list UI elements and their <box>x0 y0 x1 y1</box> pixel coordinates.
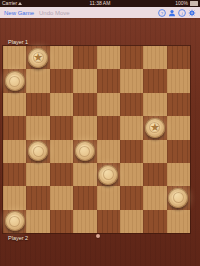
king-star-icon: ★ <box>145 118 165 138</box>
square-r1c5[interactable] <box>120 69 143 92</box>
square-r2c5[interactable] <box>120 93 143 116</box>
new-game-button[interactable]: New Game <box>4 10 34 16</box>
square-r6c1[interactable] <box>26 186 49 209</box>
square-r6c6[interactable] <box>143 186 166 209</box>
square-r0c1[interactable]: ★ <box>26 46 49 69</box>
square-r6c3[interactable] <box>73 186 96 209</box>
square-r3c3[interactable] <box>73 116 96 139</box>
piece-man[interactable] <box>5 71 25 91</box>
square-r5c6[interactable] <box>143 163 166 186</box>
square-r1c0[interactable] <box>3 69 26 92</box>
square-r0c3[interactable] <box>73 46 96 69</box>
app-screen: Carrier 11:38 AM 100% New Game Undo Move… <box>0 0 200 266</box>
square-r2c2[interactable] <box>50 93 73 116</box>
help-icon[interactable]: ? <box>158 9 166 17</box>
square-r2c4[interactable] <box>97 93 120 116</box>
square-r7c5[interactable] <box>120 210 143 233</box>
square-r4c6[interactable] <box>143 140 166 163</box>
square-r5c7[interactable] <box>167 163 190 186</box>
square-r0c5[interactable] <box>120 46 143 69</box>
square-r1c6[interactable] <box>143 69 166 92</box>
square-r1c7[interactable] <box>167 69 190 92</box>
square-r3c1[interactable] <box>26 116 49 139</box>
players-icon[interactable] <box>168 9 176 17</box>
square-r7c0[interactable] <box>3 210 26 233</box>
square-r6c4[interactable] <box>97 186 120 209</box>
square-r3c0[interactable] <box>3 116 26 139</box>
svg-text:i: i <box>181 10 183 15</box>
square-r4c3[interactable] <box>73 140 96 163</box>
square-r7c6[interactable] <box>143 210 166 233</box>
square-r3c6[interactable]: ★ <box>143 116 166 139</box>
player1-label: Player 1 <box>8 39 28 45</box>
toolbar-icons: ? i <box>158 9 196 17</box>
square-r1c2[interactable] <box>50 69 73 92</box>
svg-text:?: ? <box>161 10 164 15</box>
piece-king[interactable]: ★ <box>145 118 165 138</box>
square-r4c7[interactable] <box>167 140 190 163</box>
status-bar: Carrier 11:38 AM 100% <box>0 0 200 7</box>
square-r7c7[interactable] <box>167 210 190 233</box>
square-r5c2[interactable] <box>50 163 73 186</box>
player2-label: Player 2 <box>8 235 28 241</box>
square-r0c0[interactable] <box>3 46 26 69</box>
square-r7c4[interactable] <box>97 210 120 233</box>
square-r7c1[interactable] <box>26 210 49 233</box>
square-r4c1[interactable] <box>26 140 49 163</box>
square-r3c5[interactable] <box>120 116 143 139</box>
square-r6c5[interactable] <box>120 186 143 209</box>
square-r1c1[interactable] <box>26 69 49 92</box>
square-r5c5[interactable] <box>120 163 143 186</box>
piece-man[interactable] <box>28 141 48 161</box>
square-r6c0[interactable] <box>3 186 26 209</box>
square-r4c4[interactable] <box>97 140 120 163</box>
square-r6c2[interactable] <box>50 186 73 209</box>
square-r5c1[interactable] <box>26 163 49 186</box>
piece-ring <box>9 76 20 87</box>
piece-man[interactable] <box>98 165 118 185</box>
square-r4c0[interactable] <box>3 140 26 163</box>
piece-ring <box>33 146 44 157</box>
piece-ring <box>79 146 90 157</box>
piece-ring <box>173 192 184 203</box>
bottom-center-dot <box>96 234 100 238</box>
square-r2c6[interactable] <box>143 93 166 116</box>
square-r0c2[interactable] <box>50 46 73 69</box>
piece-king[interactable]: ★ <box>28 48 48 68</box>
undo-move-button[interactable]: Undo Move <box>39 10 70 16</box>
square-r5c0[interactable] <box>3 163 26 186</box>
square-r3c2[interactable] <box>50 116 73 139</box>
square-r2c3[interactable] <box>73 93 96 116</box>
square-r7c2[interactable] <box>50 210 73 233</box>
piece-ring <box>103 169 114 180</box>
square-r5c4[interactable] <box>97 163 120 186</box>
toolbar: New Game Undo Move ? i <box>0 7 200 18</box>
square-r2c1[interactable] <box>26 93 49 116</box>
piece-man[interactable] <box>5 211 25 231</box>
piece-ring <box>9 216 20 227</box>
square-r4c2[interactable] <box>50 140 73 163</box>
square-r2c0[interactable] <box>3 93 26 116</box>
square-r0c7[interactable] <box>167 46 190 69</box>
info-icon[interactable]: i <box>178 9 186 17</box>
square-r3c4[interactable] <box>97 116 120 139</box>
square-r7c3[interactable] <box>73 210 96 233</box>
square-r4c5[interactable] <box>120 140 143 163</box>
piece-man[interactable] <box>168 188 188 208</box>
settings-icon[interactable] <box>188 9 196 17</box>
king-star-icon: ★ <box>28 48 48 68</box>
square-r2c7[interactable] <box>167 93 190 116</box>
piece-man[interactable] <box>75 141 95 161</box>
square-r1c3[interactable] <box>73 69 96 92</box>
square-r5c3[interactable] <box>73 163 96 186</box>
square-r0c4[interactable] <box>97 46 120 69</box>
square-r1c4[interactable] <box>97 69 120 92</box>
square-r3c7[interactable] <box>167 116 190 139</box>
board: ★★ <box>3 46 190 233</box>
clock: 11:38 AM <box>0 0 200 7</box>
square-r6c7[interactable] <box>167 186 190 209</box>
square-r0c6[interactable] <box>143 46 166 69</box>
